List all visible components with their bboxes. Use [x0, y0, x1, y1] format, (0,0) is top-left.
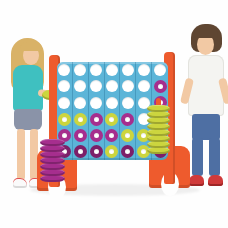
spare-stack-purple	[40, 136, 65, 182]
yellow-spare-ring	[147, 141, 170, 148]
cell-r4c4	[105, 111, 121, 127]
cell-r1c4	[105, 62, 121, 78]
cell-r5c4	[105, 127, 121, 143]
yellow-spare-ring	[147, 147, 170, 154]
purple-disc	[90, 145, 103, 158]
purple-disc	[74, 145, 87, 158]
yellow-disc	[105, 113, 118, 126]
boy-jeans-leg-left	[192, 138, 203, 176]
cell-r2c4	[105, 78, 121, 94]
purple-disc	[74, 129, 87, 142]
purple-spare-ring	[40, 145, 65, 152]
cell-r5c2	[73, 127, 89, 143]
empty-hole	[122, 64, 134, 76]
cell-r2c3	[89, 78, 105, 94]
yellow-spare-ring	[147, 111, 170, 118]
purple-spare-ring	[40, 175, 65, 182]
cell-r4c2	[73, 111, 89, 127]
boy-shirt	[188, 55, 224, 116]
girl-face	[23, 46, 39, 65]
cell-r4c3	[89, 111, 105, 127]
empty-hole	[138, 80, 150, 92]
boy-shoe-left	[189, 175, 204, 186]
boy-face	[197, 34, 214, 55]
empty-hole	[74, 80, 86, 92]
yellow-disc	[58, 113, 71, 126]
cell-r5c5	[120, 127, 136, 143]
yellow-spare-ring	[147, 117, 170, 124]
empty-hole	[58, 64, 70, 76]
cell-r1c5	[120, 62, 136, 78]
empty-hole	[58, 80, 70, 92]
purple-disc	[121, 145, 134, 158]
girl-leg-left	[17, 129, 25, 180]
cell-r2c2	[73, 78, 89, 94]
girl-shirt	[13, 65, 43, 111]
empty-hole	[122, 80, 134, 92]
purple-spare-ring	[40, 157, 65, 164]
boy-jeans	[192, 114, 220, 140]
empty-hole	[74, 97, 86, 109]
purple-disc	[90, 113, 103, 126]
cell-r1c1	[57, 62, 73, 78]
purple-disc	[154, 80, 167, 93]
yellow-spare-ring	[147, 123, 170, 130]
cell-r5c3	[89, 127, 105, 143]
purple-disc	[90, 129, 103, 142]
cell-r3c1	[57, 95, 73, 111]
cell-r2c1	[57, 78, 73, 94]
yellow-spare-ring	[147, 129, 170, 136]
girl-hair	[11, 38, 44, 92]
yellow-disc	[121, 129, 134, 142]
purple-spare-ring	[40, 163, 65, 170]
girl-shorts	[14, 109, 42, 130]
cell-r2c6	[136, 78, 152, 94]
cell-r4c5	[120, 111, 136, 127]
cell-r4c1	[57, 111, 73, 127]
boy-jeans-leg-right	[209, 138, 220, 176]
empty-hole	[58, 97, 70, 109]
boy-fringe	[194, 28, 218, 38]
cell-r1c2	[73, 62, 89, 78]
cell-r1c7	[152, 62, 168, 78]
spare-stack-yellow	[147, 110, 170, 154]
purple-spare-ring	[40, 151, 65, 158]
boy-hair	[191, 24, 222, 52]
empty-hole	[106, 80, 118, 92]
girl-fringe	[20, 42, 42, 51]
yellow-disc	[105, 145, 118, 158]
boy-arm-left	[180, 77, 194, 104]
empty-hole	[154, 64, 166, 76]
cell-r6c5	[120, 144, 136, 160]
empty-hole	[90, 64, 102, 76]
cell-r1c3	[89, 62, 105, 78]
boy-arm-right	[218, 77, 228, 104]
empty-hole	[90, 80, 102, 92]
cell-r2c5	[120, 78, 136, 94]
cell-r3c5	[120, 95, 136, 111]
cell-r3c2	[73, 95, 89, 111]
empty-hole	[74, 64, 86, 76]
purple-disc	[121, 113, 134, 126]
empty-hole	[106, 97, 118, 109]
empty-hole	[138, 64, 150, 76]
empty-hole	[106, 64, 118, 76]
yellow-disc	[74, 113, 87, 126]
purple-spare-ring	[40, 169, 65, 176]
product-photo-giant-connect-four	[0, 0, 228, 228]
yellow-spare-ring	[147, 105, 170, 112]
empty-hole	[90, 97, 102, 109]
girl-shoe-left	[13, 178, 27, 188]
cell-r2c7	[152, 78, 168, 94]
cell-r6c2	[73, 144, 89, 160]
cell-r6c3	[89, 144, 105, 160]
purple-disc	[105, 129, 118, 142]
cell-r1c6	[136, 62, 152, 78]
yellow-spare-ring	[147, 135, 170, 142]
cell-r6c4	[105, 144, 121, 160]
empty-hole	[122, 97, 134, 109]
cell-r3c3	[89, 95, 105, 111]
purple-spare-ring	[40, 139, 65, 146]
boy-shoe-right	[208, 175, 223, 186]
cell-r3c4	[105, 95, 121, 111]
